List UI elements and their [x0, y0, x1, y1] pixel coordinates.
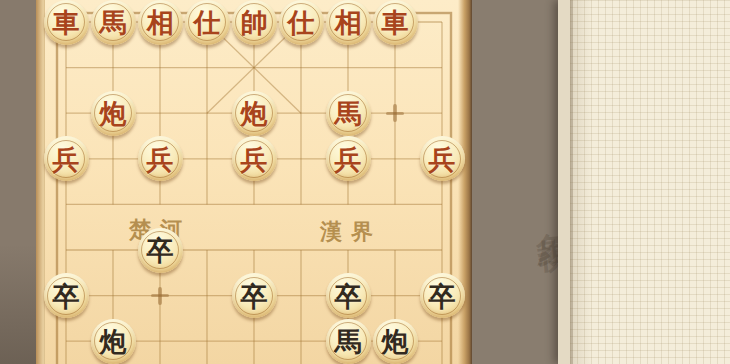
piece-rE-f7r0[interactable]: 相 — [326, 0, 371, 45]
piece-rA-f6r0[interactable]: 仕 — [279, 0, 324, 45]
piece-rP-f9r3[interactable]: 兵 — [420, 136, 465, 181]
piece-rR-f1r0[interactable]: 車 — [44, 0, 89, 45]
piece-glyph: 卒 — [147, 236, 174, 264]
piece-glyph: 相 — [147, 8, 174, 36]
piece-glyph: 炮 — [241, 99, 268, 127]
piece-glyph: 卒 — [429, 282, 456, 310]
piece-bH-f7r7[interactable]: 馬 — [326, 319, 371, 364]
piece-rC-f5r2[interactable]: 炮 — [232, 91, 277, 136]
piece-glyph: 馬 — [335, 327, 362, 355]
piece-bC-f8r7[interactable]: 炮 — [373, 319, 418, 364]
river-label-right: 漢界 — [319, 218, 382, 244]
piece-bP-f1r6[interactable]: 卒 — [44, 273, 89, 318]
piece-glyph: 仕 — [194, 8, 221, 36]
piece-glyph: 車 — [382, 8, 409, 36]
title-scroll-panel: 运子攻杀典范 绝妙的弃车 — [570, 0, 730, 364]
point-marker-f8r2 — [386, 104, 404, 122]
piece-glyph: 兵 — [53, 145, 80, 173]
piece-rP-f7r3[interactable]: 兵 — [326, 136, 371, 181]
piece-bP-f5r6[interactable]: 卒 — [232, 273, 277, 318]
scroll-fabric-strip — [472, 0, 558, 364]
piece-glyph: 炮 — [100, 327, 127, 355]
piece-glyph: 相 — [335, 8, 362, 36]
piece-rR-f8r0[interactable]: 車 — [373, 0, 418, 45]
piece-glyph: 炮 — [382, 327, 409, 355]
piece-rP-f1r3[interactable]: 兵 — [44, 136, 89, 181]
piece-rH-f2r0[interactable]: 馬 — [91, 0, 136, 45]
piece-bP-f3r5[interactable]: 卒 — [138, 228, 183, 273]
piece-glyph: 兵 — [429, 145, 456, 173]
piece-glyph: 馬 — [335, 99, 362, 127]
piece-rP-f3r3[interactable]: 兵 — [138, 136, 183, 181]
point-marker-f3r6 — [151, 287, 169, 305]
piece-rK-f5r0[interactable]: 帥 — [232, 0, 277, 45]
piece-glyph: 兵 — [147, 145, 174, 173]
piece-bP-f9r6[interactable]: 卒 — [420, 273, 465, 318]
piece-glyph: 兵 — [241, 145, 268, 173]
piece-rH-f7r2[interactable]: 馬 — [326, 91, 371, 136]
piece-glyph: 車 — [53, 8, 80, 36]
piece-glyph: 卒 — [53, 282, 80, 310]
piece-glyph: 帥 — [241, 8, 268, 36]
piece-glyph: 兵 — [335, 145, 362, 173]
piece-glyph: 馬 — [100, 8, 127, 36]
piece-bP-f7r6[interactable]: 卒 — [326, 273, 371, 318]
piece-glyph: 炮 — [100, 99, 127, 127]
xiangqi-board[interactable]: 楚河 漢界 車馬相仕帥仕相車炮炮馬兵兵兵兵兵卒卒卒卒卒炮馬炮 — [36, 0, 472, 364]
paper-stack-edge — [558, 0, 570, 364]
piece-rA-f4r0[interactable]: 仕 — [185, 0, 230, 45]
app-window: 楚河 漢界 車馬相仕帥仕相車炮炮馬兵兵兵兵兵卒卒卒卒卒炮馬炮 象棋 运子攻杀典范… — [0, 0, 730, 364]
piece-rE-f3r0[interactable]: 相 — [138, 0, 183, 45]
piece-rC-f2r2[interactable]: 炮 — [91, 91, 136, 136]
piece-bC-f2r7[interactable]: 炮 — [91, 319, 136, 364]
piece-glyph: 卒 — [241, 282, 268, 310]
piece-glyph: 仕 — [288, 8, 315, 36]
piece-rP-f5r3[interactable]: 兵 — [232, 136, 277, 181]
piece-glyph: 卒 — [335, 282, 362, 310]
